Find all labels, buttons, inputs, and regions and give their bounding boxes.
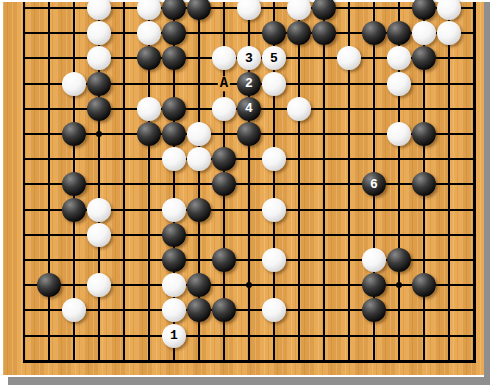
- stone-black: [187, 198, 211, 222]
- grid-horizontal-line: [23, 158, 476, 160]
- stone-white: [87, 273, 111, 297]
- go-diagram-page: 352461 A: [0, 0, 500, 385]
- stone-black: [237, 122, 261, 146]
- stone-black: [287, 21, 311, 45]
- stone-white: [387, 72, 411, 96]
- stone-white: [162, 147, 186, 171]
- stone-black: [162, 21, 186, 45]
- stone-black: [212, 147, 236, 171]
- stone-white: [212, 97, 236, 121]
- stone-black: [162, 248, 186, 272]
- stone-white: [87, 21, 111, 45]
- stone-black: [37, 273, 61, 297]
- stone-white: [287, 97, 311, 121]
- move-number-label: 3: [245, 52, 253, 65]
- stone-white: [162, 273, 186, 297]
- move-number-label: 1: [170, 329, 178, 342]
- stone-white: [62, 72, 86, 96]
- stone-black: [187, 273, 211, 297]
- stone-white: [137, 97, 161, 121]
- stone-white: [437, 21, 461, 45]
- stone-white-move-1: 1: [162, 324, 186, 348]
- stone-white: [262, 147, 286, 171]
- stone-white: [387, 122, 411, 146]
- stone-black-move-4: 4: [237, 97, 261, 121]
- stone-white: [187, 147, 211, 171]
- stone-white: [362, 248, 386, 272]
- stone-black: [87, 97, 111, 121]
- stone-black: [162, 223, 186, 247]
- board-shadow-bottom: [8, 377, 490, 385]
- stone-black: [412, 273, 436, 297]
- move-number-label: 2: [245, 77, 253, 90]
- stone-black: [62, 198, 86, 222]
- board-shadow-right: [484, 2, 490, 385]
- point-label-A: A: [218, 76, 230, 91]
- stone-white: [262, 198, 286, 222]
- stone-black: [212, 248, 236, 272]
- stone-black: [162, 122, 186, 146]
- stone-black: [387, 21, 411, 45]
- stone-black: [262, 21, 286, 45]
- stone-black: [62, 122, 86, 146]
- move-number-label: 5: [270, 52, 278, 65]
- grid-horizontal-line: [23, 360, 476, 363]
- move-number-label: 6: [370, 178, 378, 191]
- star-point: [96, 131, 102, 137]
- stone-white: [162, 198, 186, 222]
- grid-horizontal-line: [23, 335, 476, 337]
- stone-white: [137, 21, 161, 45]
- stone-white: [187, 122, 211, 146]
- stone-black: [137, 122, 161, 146]
- stone-white: [87, 223, 111, 247]
- stone-white: [87, 198, 111, 222]
- stone-black: [362, 273, 386, 297]
- move-number-label: 4: [245, 102, 253, 115]
- grid-horizontal-line: [23, 183, 476, 185]
- stone-black: [387, 248, 411, 272]
- stone-black: [312, 21, 336, 45]
- stone-black: [87, 72, 111, 96]
- stone-black: [162, 97, 186, 121]
- stone-white: [262, 248, 286, 272]
- stone-black: [362, 21, 386, 45]
- stone-white: [412, 21, 436, 45]
- stone-black: [412, 122, 436, 146]
- stone-white: [262, 72, 286, 96]
- grid-horizontal-line: [23, 309, 476, 311]
- stone-black-move-2: 2: [237, 72, 261, 96]
